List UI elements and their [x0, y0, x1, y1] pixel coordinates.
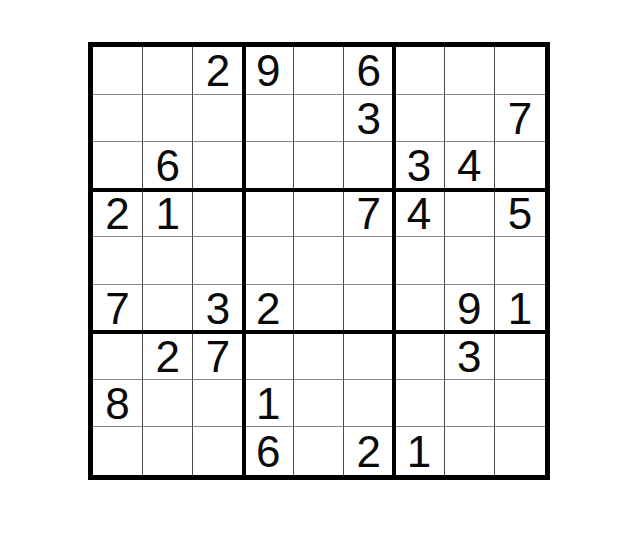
cell-r1c7[interactable] — [394, 47, 444, 95]
cell-r2c8[interactable] — [445, 95, 495, 143]
cell-r6c6[interactable] — [344, 285, 394, 333]
cell-r9c3[interactable] — [193, 427, 243, 475]
cell-r2c4[interactable] — [244, 95, 294, 143]
cell-r6c1-given[interactable]: 7 — [93, 285, 143, 333]
cell-r6c8-given[interactable]: 9 — [445, 285, 495, 333]
cell-r9c5[interactable] — [294, 427, 344, 475]
cell-r7c3-given[interactable]: 7 — [193, 332, 243, 380]
cell-r4c4[interactable] — [244, 190, 294, 238]
cell-r1c8[interactable] — [445, 47, 495, 95]
cell-r2c6-given[interactable]: 3 — [344, 95, 394, 143]
cell-r1c6-given[interactable]: 6 — [344, 47, 394, 95]
cell-r3c3[interactable] — [193, 142, 243, 190]
cell-r3c6[interactable] — [344, 142, 394, 190]
cell-r3c1[interactable] — [93, 142, 143, 190]
cell-r6c9-given[interactable]: 1 — [495, 285, 545, 333]
cell-r6c7[interactable] — [394, 285, 444, 333]
cell-r2c3[interactable] — [193, 95, 243, 143]
cell-r8c8[interactable] — [445, 380, 495, 428]
cell-r5c7[interactable] — [394, 237, 444, 285]
cell-r9c9[interactable] — [495, 427, 545, 475]
cell-r4c5[interactable] — [294, 190, 344, 238]
cell-r4c3[interactable] — [193, 190, 243, 238]
cell-r3c8-given[interactable]: 4 — [445, 142, 495, 190]
cell-r8c7[interactable] — [394, 380, 444, 428]
cell-r5c4[interactable] — [244, 237, 294, 285]
cell-r9c6-given[interactable]: 2 — [344, 427, 394, 475]
cell-r4c7-given[interactable]: 4 — [394, 190, 444, 238]
cell-r7c9[interactable] — [495, 332, 545, 380]
cell-r5c3[interactable] — [193, 237, 243, 285]
cell-r5c6[interactable] — [344, 237, 394, 285]
cell-r6c3-given[interactable]: 3 — [193, 285, 243, 333]
cell-r8c2[interactable] — [143, 380, 193, 428]
sudoku-board: 29637634217457329127381621 — [88, 42, 550, 480]
cell-r5c8[interactable] — [445, 237, 495, 285]
cell-r9c2[interactable] — [143, 427, 193, 475]
cell-r9c8[interactable] — [445, 427, 495, 475]
cell-r8c3[interactable] — [193, 380, 243, 428]
cell-r8c5[interactable] — [294, 380, 344, 428]
cell-r7c7[interactable] — [394, 332, 444, 380]
cell-r3c4[interactable] — [244, 142, 294, 190]
cell-r1c2[interactable] — [143, 47, 193, 95]
cell-r7c1[interactable] — [93, 332, 143, 380]
cell-r6c2[interactable] — [143, 285, 193, 333]
cell-r5c1[interactable] — [93, 237, 143, 285]
cell-r1c3-given[interactable]: 2 — [193, 47, 243, 95]
cell-r8c4-given[interactable]: 1 — [244, 380, 294, 428]
cell-r8c6[interactable] — [344, 380, 394, 428]
cell-r1c9[interactable] — [495, 47, 545, 95]
cell-r1c1[interactable] — [93, 47, 143, 95]
cell-r9c4-given[interactable]: 6 — [244, 427, 294, 475]
cell-r8c9[interactable] — [495, 380, 545, 428]
cell-r3c7-given[interactable]: 3 — [394, 142, 444, 190]
cell-r5c5[interactable] — [294, 237, 344, 285]
cell-r4c1-given[interactable]: 2 — [93, 190, 143, 238]
cell-r9c1[interactable] — [93, 427, 143, 475]
cell-r4c9-given[interactable]: 5 — [495, 190, 545, 238]
cell-r3c9[interactable] — [495, 142, 545, 190]
cell-r4c6-given[interactable]: 7 — [344, 190, 394, 238]
cell-r2c1[interactable] — [93, 95, 143, 143]
cell-r2c5[interactable] — [294, 95, 344, 143]
cell-r7c5[interactable] — [294, 332, 344, 380]
cell-r5c9[interactable] — [495, 237, 545, 285]
cell-r7c2-given[interactable]: 2 — [143, 332, 193, 380]
cell-r7c8-given[interactable]: 3 — [445, 332, 495, 380]
cell-r1c5[interactable] — [294, 47, 344, 95]
cell-r7c6[interactable] — [344, 332, 394, 380]
cell-r9c7-given[interactable]: 1 — [394, 427, 444, 475]
cell-r5c2[interactable] — [143, 237, 193, 285]
cell-r7c4[interactable] — [244, 332, 294, 380]
cell-r3c2-given[interactable]: 6 — [143, 142, 193, 190]
cell-r6c4-given[interactable]: 2 — [244, 285, 294, 333]
cell-r4c2-given[interactable]: 1 — [143, 190, 193, 238]
cell-r6c5[interactable] — [294, 285, 344, 333]
cell-r8c1-given[interactable]: 8 — [93, 380, 143, 428]
cell-r2c7[interactable] — [394, 95, 444, 143]
cell-r2c2[interactable] — [143, 95, 193, 143]
cell-r2c9-given[interactable]: 7 — [495, 95, 545, 143]
cell-r4c8[interactable] — [445, 190, 495, 238]
cell-r1c4-given[interactable]: 9 — [244, 47, 294, 95]
cell-r3c5[interactable] — [294, 142, 344, 190]
